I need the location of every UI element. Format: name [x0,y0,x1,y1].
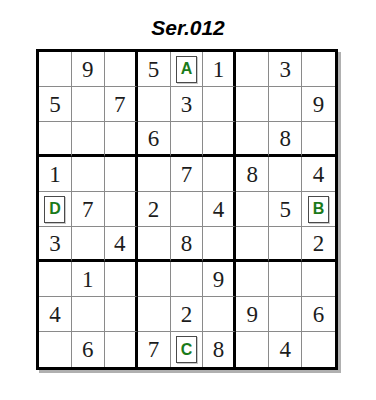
letter-marker-b: B [308,196,329,223]
cell-r7c9[interactable] [302,262,335,297]
cell-r7c6[interactable]: 9 [203,262,236,297]
sudoku-grid: 95A135739681784D7245B348219429667C84 [36,49,338,370]
cell-r7c5[interactable] [171,262,204,297]
cell-r9c9[interactable] [302,332,335,367]
cell-r2c7[interactable] [236,87,269,122]
cell-r8c5[interactable]: 2 [171,297,204,332]
cell-r7c4[interactable] [138,262,171,297]
given-digit: 9 [247,303,259,326]
cell-r8c7[interactable]: 9 [236,297,269,332]
given-digit: 6 [313,303,325,326]
cell-r2c6[interactable] [203,87,236,122]
cell-r5c9[interactable]: B [302,192,335,227]
cell-r9c4[interactable]: 7 [138,332,171,367]
given-digit: 1 [49,163,61,186]
cell-r3c2[interactable] [72,122,105,157]
cell-r1c9[interactable] [302,52,335,87]
cell-r4c8[interactable] [269,157,302,192]
cell-r6c8[interactable] [269,227,302,262]
cell-r9c8[interactable]: 4 [269,332,302,367]
cell-r4c1[interactable]: 1 [39,157,72,192]
cell-r8c1[interactable]: 4 [39,297,72,332]
given-digit: 8 [213,338,225,361]
puzzle-title: Ser.012 [0,16,376,40]
given-digit: 2 [313,232,325,255]
cell-r1c5[interactable]: A [171,52,204,87]
cell-r4c6[interactable] [203,157,236,192]
cell-r3c9[interactable] [302,122,335,157]
cell-r3c3[interactable] [105,122,138,157]
cell-r6c5[interactable]: 8 [171,227,204,262]
cell-r3c8[interactable]: 8 [269,122,302,157]
given-digit: 1 [213,58,225,81]
cell-r1c7[interactable] [236,52,269,87]
cell-r3c6[interactable] [203,122,236,157]
given-digit: 4 [213,198,225,221]
given-digit: 9 [82,58,94,81]
cell-r1c1[interactable] [39,52,72,87]
given-digit: 2 [181,303,193,326]
given-digit: 7 [181,163,193,186]
given-digit: 8 [247,163,259,186]
given-digit: 6 [148,127,160,150]
given-digit: 1 [82,268,94,291]
cell-r6c1[interactable]: 3 [39,227,72,262]
cell-r3c1[interactable] [39,122,72,157]
cell-r9c6[interactable]: 8 [203,332,236,367]
cell-r5c3[interactable] [105,192,138,227]
given-digit: 5 [148,58,160,81]
cell-r2c1[interactable]: 5 [39,87,72,122]
cell-r6c3[interactable]: 4 [105,227,138,262]
cell-r9c5[interactable]: C [171,332,204,367]
cell-r6c9[interactable]: 2 [302,227,335,262]
cell-r4c4[interactable] [138,157,171,192]
cell-r3c5[interactable] [171,122,204,157]
given-digit: 7 [82,198,94,221]
cell-r4c9[interactable]: 4 [302,157,335,192]
cell-r8c2[interactable] [72,297,105,332]
cell-r6c7[interactable] [236,227,269,262]
cell-r1c2[interactable]: 9 [72,52,105,87]
letter-marker-d: D [44,196,65,223]
cell-r1c4[interactable]: 5 [138,52,171,87]
cell-r5c4[interactable]: 2 [138,192,171,227]
cell-r8c9[interactable]: 6 [302,297,335,332]
letter-marker-c: C [176,336,197,363]
cell-r5c1[interactable]: D [39,192,72,227]
cell-r4c5[interactable]: 7 [171,157,204,192]
cell-r8c6[interactable] [203,297,236,332]
cell-r7c2[interactable]: 1 [72,262,105,297]
given-digit: 3 [181,93,193,116]
given-digit: 9 [313,93,325,116]
cell-r5c6[interactable]: 4 [203,192,236,227]
cell-r7c3[interactable] [105,262,138,297]
cell-r5c5[interactable] [171,192,204,227]
cell-r2c8[interactable] [269,87,302,122]
cell-r4c3[interactable] [105,157,138,192]
cell-r2c5[interactable]: 3 [171,87,204,122]
cell-r7c8[interactable] [269,262,302,297]
given-digit: 9 [213,268,225,291]
given-digit: 5 [279,198,291,221]
cell-r1c3[interactable] [105,52,138,87]
given-digit: 5 [49,93,61,116]
cell-r8c4[interactable] [138,297,171,332]
cell-r5c7[interactable] [236,192,269,227]
cell-r2c4[interactable] [138,87,171,122]
letter-marker-a: A [176,56,197,83]
given-digit: 7 [114,93,126,116]
cell-r6c6[interactable] [203,227,236,262]
given-digit: 3 [49,232,61,255]
cell-r5c8[interactable]: 5 [269,192,302,227]
given-digit: 2 [148,198,160,221]
cell-r7c1[interactable] [39,262,72,297]
given-digit: 4 [114,232,126,255]
cell-r9c2[interactable]: 6 [72,332,105,367]
given-digit: 4 [49,303,61,326]
cell-r5c2[interactable]: 7 [72,192,105,227]
cell-r9c3[interactable] [105,332,138,367]
cell-r8c8[interactable] [269,297,302,332]
cell-r1c6[interactable]: 1 [203,52,236,87]
cell-r3c7[interactable] [236,122,269,157]
cell-r4c7[interactable]: 8 [236,157,269,192]
cell-r9c7[interactable] [236,332,269,367]
cell-r1c8[interactable]: 3 [269,52,302,87]
cell-r2c3[interactable]: 7 [105,87,138,122]
given-digit: 6 [82,338,94,361]
cell-r6c2[interactable] [72,227,105,262]
given-digit: 7 [148,338,160,361]
cell-r9c1[interactable] [39,332,72,367]
cell-r4c2[interactable] [72,157,105,192]
sudoku-page: Ser.012 95A135739681784D7245B34821942966… [0,0,376,400]
given-digit: 4 [279,338,291,361]
given-digit: 8 [181,232,193,255]
cell-r2c2[interactable] [72,87,105,122]
cell-r2c9[interactable]: 9 [302,87,335,122]
cell-r6c4[interactable] [138,227,171,262]
cell-r8c3[interactable] [105,297,138,332]
cell-r3c4[interactable]: 6 [138,122,171,157]
cell-r7c7[interactable] [236,262,269,297]
given-digit: 4 [313,163,325,186]
given-digit: 3 [279,58,291,81]
given-digit: 8 [279,127,291,150]
